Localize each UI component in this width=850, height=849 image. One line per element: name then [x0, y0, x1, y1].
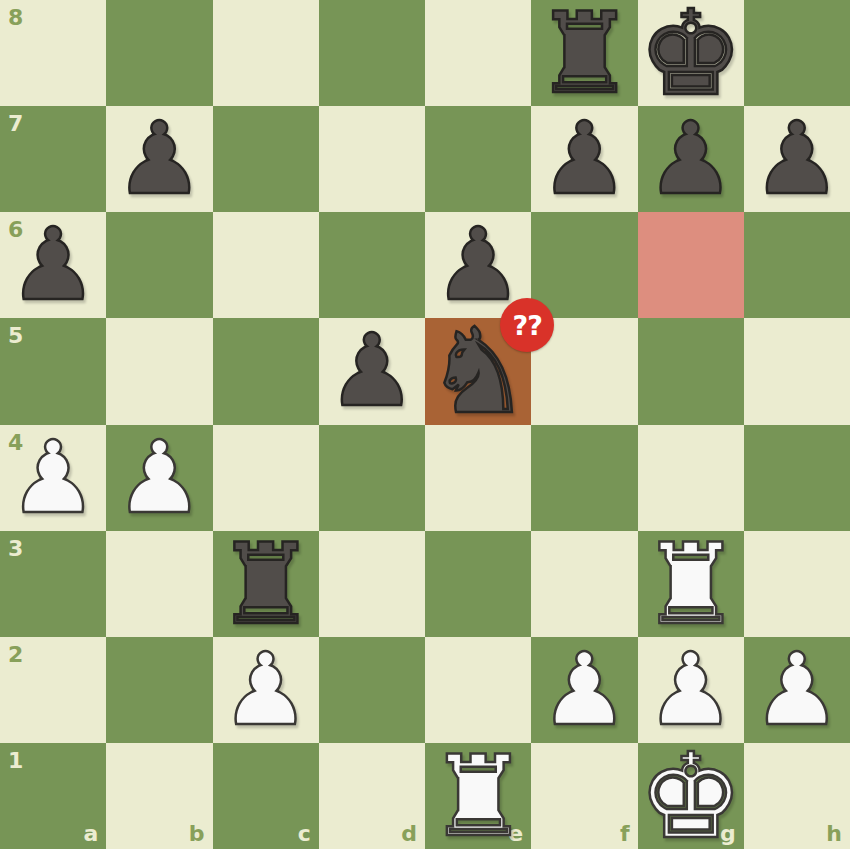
- white-pawn[interactable]: ♟: [213, 637, 319, 743]
- square-g3[interactable]: ♜: [638, 531, 744, 637]
- square-c7[interactable]: [213, 106, 319, 212]
- file-label-d: d: [401, 823, 417, 845]
- white-pawn[interactable]: ♟: [106, 425, 212, 531]
- black-pawn[interactable]: ♟: [531, 106, 637, 212]
- black-rook[interactable]: ♜: [213, 531, 319, 637]
- square-d5[interactable]: ♟: [319, 318, 425, 424]
- square-e7[interactable]: [425, 106, 531, 212]
- black-pawn[interactable]: ♟: [106, 106, 212, 212]
- square-e3[interactable]: [425, 531, 531, 637]
- square-h3[interactable]: [744, 531, 850, 637]
- white-rook[interactable]: ♜: [638, 531, 744, 637]
- square-b5[interactable]: [106, 318, 212, 424]
- black-rook[interactable]: ♜: [531, 0, 637, 106]
- square-c1[interactable]: c: [213, 743, 319, 849]
- square-b8[interactable]: [106, 0, 212, 106]
- square-a3[interactable]: 3: [0, 531, 106, 637]
- square-b4[interactable]: ♟: [106, 425, 212, 531]
- file-label-h: h: [826, 823, 842, 845]
- square-f7[interactable]: ♟: [531, 106, 637, 212]
- file-label-c: c: [298, 823, 311, 845]
- square-a8[interactable]: 8: [0, 0, 106, 106]
- square-f3[interactable]: [531, 531, 637, 637]
- square-h5[interactable]: [744, 318, 850, 424]
- black-pawn[interactable]: ♟: [744, 106, 850, 212]
- black-pawn[interactable]: ♟: [638, 106, 744, 212]
- square-b7[interactable]: ♟: [106, 106, 212, 212]
- rank-label-2: 2: [8, 644, 23, 666]
- square-d1[interactable]: d: [319, 743, 425, 849]
- square-c5[interactable]: [213, 318, 319, 424]
- square-f2[interactable]: ♟: [531, 637, 637, 743]
- square-c6[interactable]: [213, 212, 319, 318]
- square-e8[interactable]: [425, 0, 531, 106]
- square-d8[interactable]: [319, 0, 425, 106]
- square-d3[interactable]: [319, 531, 425, 637]
- square-c8[interactable]: [213, 0, 319, 106]
- square-h8[interactable]: [744, 0, 850, 106]
- square-h7[interactable]: ♟: [744, 106, 850, 212]
- square-a2[interactable]: 2: [0, 637, 106, 743]
- rank-label-8: 8: [8, 7, 23, 29]
- square-h6[interactable]: [744, 212, 850, 318]
- square-a5[interactable]: 5: [0, 318, 106, 424]
- white-pawn[interactable]: ♟: [531, 637, 637, 743]
- rank-label-3: 3: [8, 538, 23, 560]
- square-b3[interactable]: [106, 531, 212, 637]
- square-g6[interactable]: [638, 212, 744, 318]
- square-h1[interactable]: h: [744, 743, 850, 849]
- square-g5[interactable]: [638, 318, 744, 424]
- black-pawn[interactable]: ♟: [319, 318, 425, 424]
- square-e2[interactable]: [425, 637, 531, 743]
- square-c2[interactable]: ♟: [213, 637, 319, 743]
- white-king[interactable]: ♚: [638, 743, 744, 849]
- white-pawn[interactable]: ♟: [744, 637, 850, 743]
- square-d4[interactable]: [319, 425, 425, 531]
- square-f8[interactable]: ♜: [531, 0, 637, 106]
- file-label-b: b: [189, 823, 205, 845]
- square-h4[interactable]: [744, 425, 850, 531]
- file-label-a: a: [83, 823, 98, 845]
- rank-label-1: 1: [8, 750, 23, 772]
- square-f1[interactable]: f: [531, 743, 637, 849]
- square-g8[interactable]: ♚: [638, 0, 744, 106]
- file-label-f: f: [620, 823, 630, 845]
- white-pawn[interactable]: ♟: [0, 425, 106, 531]
- square-e4[interactable]: [425, 425, 531, 531]
- square-a1[interactable]: 1a: [0, 743, 106, 849]
- square-b1[interactable]: b: [106, 743, 212, 849]
- square-c4[interactable]: [213, 425, 319, 531]
- square-d2[interactable]: [319, 637, 425, 743]
- square-d6[interactable]: [319, 212, 425, 318]
- square-d7[interactable]: [319, 106, 425, 212]
- square-g4[interactable]: [638, 425, 744, 531]
- square-f6[interactable]: [531, 212, 637, 318]
- square-a6[interactable]: 6♟: [0, 212, 106, 318]
- blunder-badge: ??: [500, 298, 554, 352]
- square-a7[interactable]: 7: [0, 106, 106, 212]
- square-c3[interactable]: ♜: [213, 531, 319, 637]
- square-f4[interactable]: [531, 425, 637, 531]
- square-h2[interactable]: ♟: [744, 637, 850, 743]
- square-g1[interactable]: g♚: [638, 743, 744, 849]
- rank-label-7: 7: [8, 113, 23, 135]
- square-b6[interactable]: [106, 212, 212, 318]
- rank-label-5: 5: [8, 325, 23, 347]
- black-pawn[interactable]: ♟: [0, 212, 106, 318]
- square-g7[interactable]: ♟: [638, 106, 744, 212]
- white-rook[interactable]: ♜: [425, 743, 531, 849]
- square-a4[interactable]: 4♟: [0, 425, 106, 531]
- square-e1[interactable]: e♜: [425, 743, 531, 849]
- chess-board: 8♜♚7♟♟♟♟6♟♟5♟♞4♟♟3♜♜2♟♟♟♟1abcde♜fg♚h??: [0, 0, 850, 849]
- black-king[interactable]: ♚: [638, 0, 744, 106]
- square-b2[interactable]: [106, 637, 212, 743]
